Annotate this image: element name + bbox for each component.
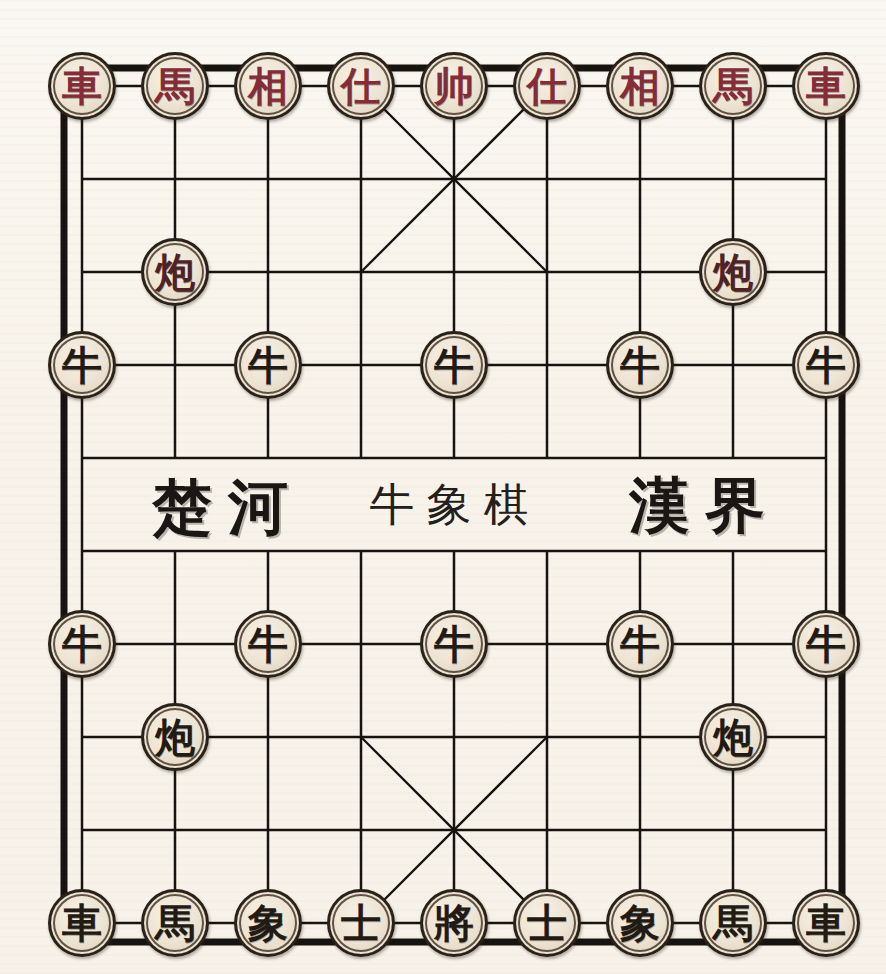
board-cell[interactable]: 仕 bbox=[315, 40, 408, 133]
piece-black-soldier[interactable]: 牛 bbox=[48, 610, 116, 678]
board-cell[interactable] bbox=[36, 226, 129, 319]
board-cell[interactable] bbox=[687, 319, 780, 412]
board-cell[interactable]: 牛 bbox=[36, 598, 129, 691]
board-cell[interactable]: 牛 bbox=[408, 319, 501, 412]
board-cell[interactable] bbox=[222, 691, 315, 784]
river-label-chu-he: 楚河 bbox=[152, 468, 304, 549]
board-cell[interactable] bbox=[408, 691, 501, 784]
board-cell[interactable]: 將 bbox=[408, 877, 501, 970]
board-cell[interactable]: 牛 bbox=[594, 598, 687, 691]
piece-black-chariot[interactable]: 車 bbox=[792, 889, 860, 957]
piece-black-soldier[interactable]: 牛 bbox=[420, 610, 488, 678]
board-cell[interactable] bbox=[222, 226, 315, 319]
board-cell[interactable] bbox=[129, 598, 222, 691]
board-cell[interactable]: 相 bbox=[594, 40, 687, 133]
board-cell[interactable] bbox=[594, 226, 687, 319]
board-cell[interactable] bbox=[315, 133, 408, 226]
board-cell[interactable] bbox=[408, 226, 501, 319]
river-label-han-jie: 漢界 bbox=[629, 466, 781, 547]
piece-black-elephant[interactable]: 象 bbox=[606, 889, 674, 957]
board-cell[interactable] bbox=[315, 598, 408, 691]
board-cell[interactable] bbox=[36, 133, 129, 226]
board-cell[interactable] bbox=[594, 784, 687, 877]
board-cell[interactable]: 車 bbox=[36, 40, 129, 133]
board-cell[interactable] bbox=[315, 691, 408, 784]
board-cell[interactable] bbox=[36, 784, 129, 877]
board-cell[interactable] bbox=[594, 133, 687, 226]
piece-red-horse[interactable]: 馬 bbox=[699, 52, 767, 120]
piece-red-cannon[interactable]: 炮 bbox=[699, 238, 767, 306]
piece-red-soldier[interactable]: 牛 bbox=[420, 331, 488, 399]
board-cell[interactable] bbox=[780, 412, 873, 505]
piece-red-soldier[interactable]: 牛 bbox=[606, 331, 674, 399]
piece-black-chariot[interactable]: 車 bbox=[48, 889, 116, 957]
board-cell[interactable]: 炮 bbox=[687, 226, 780, 319]
board-cell[interactable] bbox=[222, 133, 315, 226]
board-cell[interactable] bbox=[501, 691, 594, 784]
board-cell[interactable] bbox=[501, 784, 594, 877]
piece-black-horse[interactable]: 馬 bbox=[141, 889, 209, 957]
board-cell[interactable]: 炮 bbox=[687, 691, 780, 784]
board-cell[interactable]: 牛 bbox=[222, 319, 315, 412]
board-cell[interactable]: 炮 bbox=[129, 226, 222, 319]
board-cell[interactable]: 牛 bbox=[222, 598, 315, 691]
board-cell[interactable]: 士 bbox=[501, 877, 594, 970]
piece-red-advisor[interactable]: 仕 bbox=[327, 52, 395, 120]
piece-red-elephant[interactable]: 相 bbox=[606, 52, 674, 120]
board-cell[interactable]: 仕 bbox=[501, 40, 594, 133]
piece-red-soldier[interactable]: 牛 bbox=[234, 331, 302, 399]
board-cell[interactable]: 象 bbox=[594, 877, 687, 970]
piece-red-general[interactable]: 帅 bbox=[420, 52, 488, 120]
board-cell[interactable] bbox=[222, 784, 315, 877]
piece-black-general[interactable]: 將 bbox=[420, 889, 488, 957]
piece-red-chariot[interactable]: 車 bbox=[792, 52, 860, 120]
board-cell[interactable] bbox=[780, 784, 873, 877]
piece-black-cannon[interactable]: 炮 bbox=[699, 703, 767, 771]
piece-black-elephant[interactable]: 象 bbox=[234, 889, 302, 957]
board-cell[interactable] bbox=[36, 505, 129, 598]
piece-black-soldier[interactable]: 牛 bbox=[792, 610, 860, 678]
board-cell[interactable] bbox=[315, 226, 408, 319]
board-cell[interactable] bbox=[780, 505, 873, 598]
piece-red-soldier[interactable]: 牛 bbox=[792, 331, 860, 399]
board-cell[interactable]: 士 bbox=[315, 877, 408, 970]
board-cell[interactable]: 馬 bbox=[129, 877, 222, 970]
board-cell[interactable]: 車 bbox=[36, 877, 129, 970]
board-cell[interactable]: 馬 bbox=[129, 40, 222, 133]
piece-black-advisor[interactable]: 士 bbox=[327, 889, 395, 957]
board-cell[interactable] bbox=[501, 133, 594, 226]
board-cell[interactable] bbox=[315, 319, 408, 412]
board-cell[interactable]: 相 bbox=[222, 40, 315, 133]
board-cell[interactable] bbox=[36, 691, 129, 784]
piece-red-advisor[interactable]: 仕 bbox=[513, 52, 581, 120]
board-cell[interactable]: 象 bbox=[222, 877, 315, 970]
piece-red-elephant[interactable]: 相 bbox=[234, 52, 302, 120]
board-cell[interactable] bbox=[501, 319, 594, 412]
board-cell[interactable] bbox=[408, 784, 501, 877]
piece-red-chariot[interactable]: 車 bbox=[48, 52, 116, 120]
board-cell[interactable]: 車 bbox=[780, 40, 873, 133]
board-cell[interactable] bbox=[594, 691, 687, 784]
board-cell[interactable] bbox=[687, 133, 780, 226]
piece-black-cannon[interactable]: 炮 bbox=[141, 703, 209, 771]
piece-black-soldier[interactable]: 牛 bbox=[234, 610, 302, 678]
board-cell[interactable] bbox=[780, 133, 873, 226]
board-cell[interactable] bbox=[687, 598, 780, 691]
board-cell[interactable] bbox=[129, 319, 222, 412]
piece-black-advisor[interactable]: 士 bbox=[513, 889, 581, 957]
board-cell[interactable]: 帅 bbox=[408, 40, 501, 133]
board-cell[interactable] bbox=[501, 598, 594, 691]
river-label-set-title: 牛象棋 bbox=[370, 475, 541, 535]
board-cell[interactable] bbox=[315, 784, 408, 877]
board-cell[interactable] bbox=[129, 784, 222, 877]
board-cell[interactable]: 炮 bbox=[129, 691, 222, 784]
board-cell[interactable] bbox=[129, 133, 222, 226]
board-cell[interactable]: 牛 bbox=[594, 319, 687, 412]
board-cell[interactable]: 馬 bbox=[687, 877, 780, 970]
board-cell[interactable] bbox=[780, 226, 873, 319]
board-cell[interactable]: 牛 bbox=[780, 319, 873, 412]
board-cell[interactable] bbox=[501, 226, 594, 319]
board-cell[interactable] bbox=[408, 133, 501, 226]
board-cell[interactable]: 牛 bbox=[408, 598, 501, 691]
board-cell[interactable] bbox=[687, 784, 780, 877]
board-cell[interactable]: 馬 bbox=[687, 40, 780, 133]
piece-red-horse[interactable]: 馬 bbox=[141, 52, 209, 120]
piece-black-horse[interactable]: 馬 bbox=[699, 889, 767, 957]
board-cell[interactable]: 牛 bbox=[36, 319, 129, 412]
board-cell[interactable]: 車 bbox=[780, 877, 873, 970]
board-cell[interactable]: 牛 bbox=[780, 598, 873, 691]
piece-black-soldier[interactable]: 牛 bbox=[606, 610, 674, 678]
piece-red-cannon[interactable]: 炮 bbox=[141, 238, 209, 306]
board-cell[interactable] bbox=[780, 691, 873, 784]
piece-red-soldier[interactable]: 牛 bbox=[48, 331, 116, 399]
board-cell[interactable] bbox=[36, 412, 129, 505]
